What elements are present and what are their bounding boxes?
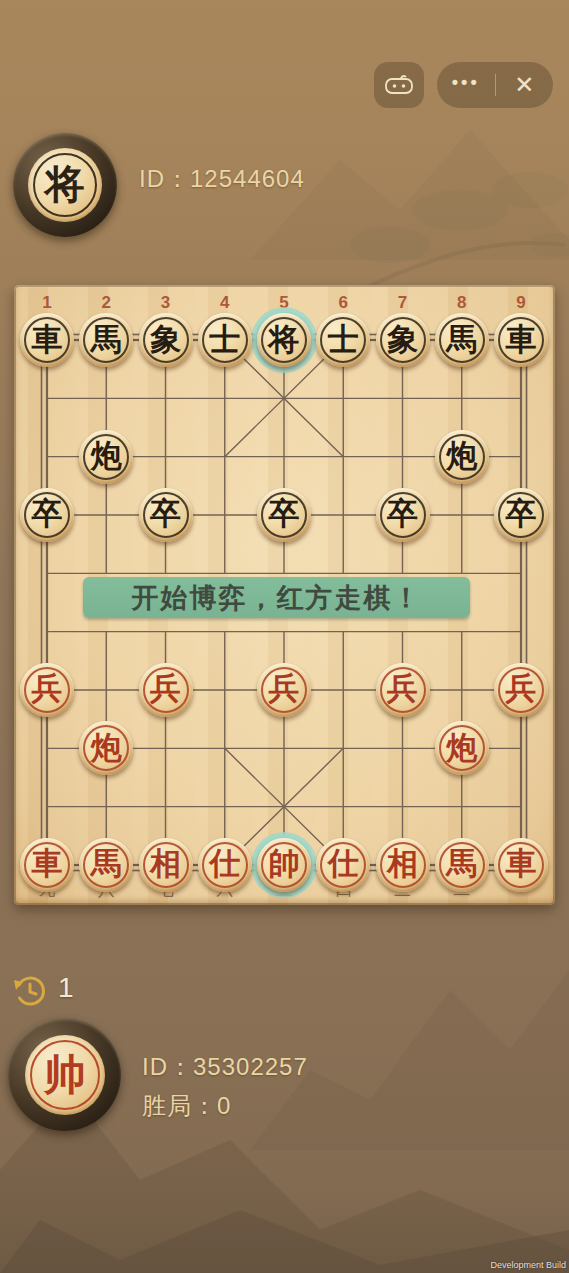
board-piece-black-士[interactable]: 士 — [198, 313, 252, 367]
board-piece-red-仕[interactable]: 仕 — [198, 838, 252, 892]
column-label-top: 6 — [331, 293, 355, 313]
board-piece-red-馬[interactable]: 馬 — [79, 838, 133, 892]
piece-char: 相 — [387, 848, 418, 879]
turn-banner: 开始博弈，红方走棋！ — [83, 577, 470, 618]
board-piece-red-馬[interactable]: 馬 — [435, 838, 489, 892]
piece-char: 帥 — [269, 848, 300, 879]
piece-char: 兵 — [269, 673, 300, 704]
board-piece-black-象[interactable]: 象 — [376, 313, 430, 367]
piece-char: 車 — [32, 848, 63, 879]
column-label-top: 3 — [154, 293, 178, 313]
piece-char: 仕 — [328, 848, 359, 879]
board-piece-black-将[interactable]: 将 — [257, 313, 311, 367]
column-label-top: 4 — [213, 293, 237, 313]
piece-char: 士 — [209, 324, 240, 355]
column-label-top: 8 — [450, 293, 474, 313]
player-avatar-char: 帅 — [44, 1054, 86, 1096]
piece-char: 卒 — [387, 498, 418, 529]
header-pill: ••• ✕ — [437, 62, 553, 108]
piece-char: 士 — [328, 324, 359, 355]
column-label-top: 9 — [509, 293, 533, 313]
piece-char: 卒 — [269, 498, 300, 529]
board-piece-red-兵[interactable]: 兵 — [257, 663, 311, 717]
board-piece-black-車[interactable]: 車 — [494, 313, 548, 367]
board-piece-black-卒[interactable]: 卒 — [376, 488, 430, 542]
piece-char: 炮 — [446, 440, 477, 471]
board-piece-red-仕[interactable]: 仕 — [316, 838, 370, 892]
development-build-watermark: Development Build — [490, 1260, 566, 1270]
piece-char: 将 — [269, 324, 300, 355]
piece-char: 象 — [387, 324, 418, 355]
mountain-art-mid — [250, 930, 569, 1150]
board-piece-red-車[interactable]: 車 — [494, 838, 548, 892]
board-piece-black-象[interactable]: 象 — [139, 313, 193, 367]
board-piece-red-相[interactable]: 相 — [139, 838, 193, 892]
piece-char: 炮 — [91, 440, 122, 471]
board-piece-red-兵[interactable]: 兵 — [139, 663, 193, 717]
piece-char: 兵 — [150, 673, 181, 704]
gamepad-icon — [384, 73, 414, 97]
opponent-id: ID：12544604 — [139, 163, 305, 195]
board-piece-red-車[interactable]: 車 — [20, 838, 74, 892]
board-piece-red-兵[interactable]: 兵 — [20, 663, 74, 717]
board-piece-black-炮[interactable]: 炮 — [435, 430, 489, 484]
piece-char: 馬 — [91, 324, 122, 355]
turn-banner-text: 开始博弈，红方走棋！ — [132, 580, 422, 616]
board-piece-black-卒[interactable]: 卒 — [494, 488, 548, 542]
piece-char: 炮 — [446, 732, 477, 763]
opponent-avatar[interactable]: 将 — [13, 133, 117, 237]
player-avatar[interactable]: 帅 — [8, 1018, 121, 1131]
close-label: ✕ — [514, 71, 534, 99]
board-piece-black-馬[interactable]: 馬 — [79, 313, 133, 367]
piece-char: 炮 — [91, 732, 122, 763]
board-piece-red-相[interactable]: 相 — [376, 838, 430, 892]
piece-char: 車 — [506, 848, 537, 879]
player-id: ID：35302257 — [142, 1051, 308, 1083]
piece-char: 仕 — [209, 848, 240, 879]
game-screen: ••• ✕ 将 ID：12544604 123456789 九八七六五四三二一 … — [0, 0, 569, 1273]
opponent-avatar-char: 将 — [45, 165, 85, 205]
piece-char: 卒 — [150, 498, 181, 529]
column-label-top: 1 — [35, 293, 59, 313]
xiangqi-board[interactable]: 123456789 九八七六五四三二一 車馬象士将士象馬車炮炮卒卒卒卒卒兵兵兵兵… — [14, 285, 555, 905]
more-label: ••• — [452, 72, 480, 93]
piece-char: 馬 — [446, 324, 477, 355]
board-piece-red-炮[interactable]: 炮 — [435, 721, 489, 775]
player-avatar-piece: 帅 — [25, 1035, 105, 1115]
piece-char: 車 — [32, 324, 63, 355]
piece-char: 兵 — [32, 673, 63, 704]
piece-char: 馬 — [446, 848, 477, 879]
column-label-top: 2 — [94, 293, 118, 313]
piece-char: 象 — [150, 324, 181, 355]
gamepad-button[interactable] — [374, 62, 424, 108]
board-piece-red-兵[interactable]: 兵 — [376, 663, 430, 717]
piece-char: 卒 — [32, 498, 63, 529]
piece-char: 車 — [506, 324, 537, 355]
piece-char: 相 — [150, 848, 181, 879]
board-piece-red-兵[interactable]: 兵 — [494, 663, 548, 717]
close-button[interactable]: ✕ — [496, 62, 554, 108]
board-piece-black-炮[interactable]: 炮 — [79, 430, 133, 484]
piece-char: 兵 — [506, 673, 537, 704]
board-piece-black-士[interactable]: 士 — [316, 313, 370, 367]
undo-history-icon — [10, 971, 50, 1011]
board-piece-black-卒[interactable]: 卒 — [139, 488, 193, 542]
more-button[interactable]: ••• — [437, 59, 495, 111]
board-piece-black-卒[interactable]: 卒 — [20, 488, 74, 542]
board-piece-black-車[interactable]: 車 — [20, 313, 74, 367]
piece-char: 卒 — [506, 498, 537, 529]
piece-char: 馬 — [91, 848, 122, 879]
opponent-avatar-piece: 将 — [28, 148, 102, 222]
board-piece-red-帥[interactable]: 帥 — [257, 838, 311, 892]
piece-char: 兵 — [387, 673, 418, 704]
undo-history-button[interactable] — [10, 971, 50, 1011]
board-piece-black-卒[interactable]: 卒 — [257, 488, 311, 542]
column-label-top: 7 — [391, 293, 415, 313]
history-count: 1 — [58, 972, 74, 1004]
player-wins: 胜局：0 — [142, 1090, 231, 1122]
board-piece-black-馬[interactable]: 馬 — [435, 313, 489, 367]
board-piece-red-炮[interactable]: 炮 — [79, 721, 133, 775]
